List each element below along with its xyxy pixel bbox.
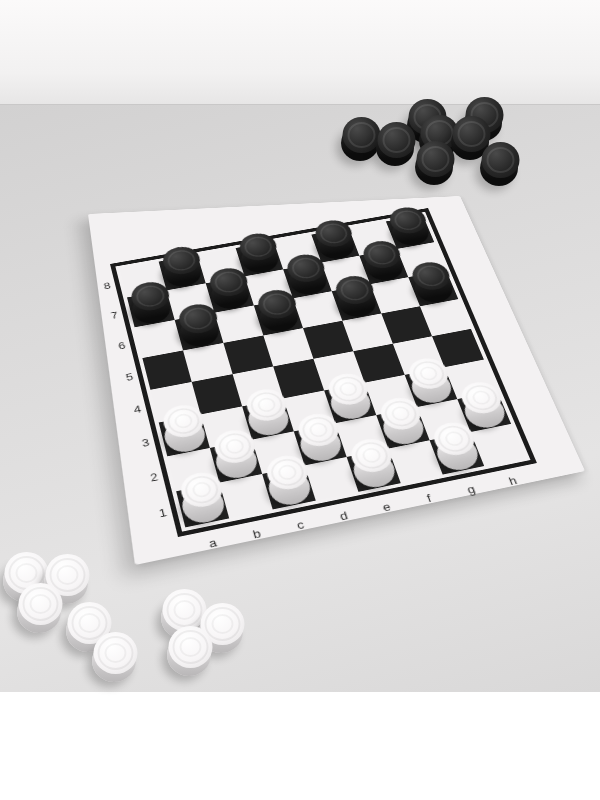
loose-black-piece-7[interactable] — [415, 149, 453, 185]
white-piece-top — [94, 632, 138, 674]
loose-black-piece-5[interactable] — [341, 125, 379, 161]
black-piece-top — [482, 142, 520, 178]
loose-white-piece-3[interactable] — [17, 591, 61, 633]
black-piece-top — [378, 122, 416, 158]
loose-black-piece-8[interactable] — [480, 150, 518, 186]
photo: 87654321 abcdefgh — [0, 0, 600, 800]
black-piece-top — [343, 117, 381, 153]
black-piece-top — [417, 141, 455, 177]
white-piece-top — [19, 583, 63, 625]
white-piece-top — [169, 626, 213, 668]
black-piece-top — [453, 116, 491, 152]
loose-black-piece-6[interactable] — [376, 130, 414, 166]
loose-white-piece-8[interactable] — [92, 640, 136, 682]
loose-white-piece-7[interactable] — [167, 634, 211, 676]
wall-background — [0, 0, 600, 105]
